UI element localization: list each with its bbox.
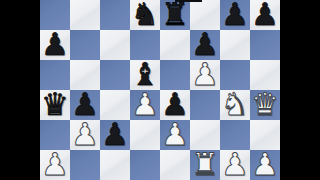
black-pawn-e4[interactable]: ♟ (161, 89, 189, 119)
black-pawn-g7[interactable]: ♟ (221, 0, 249, 29)
square-a4[interactable]: ♛ (40, 90, 70, 120)
square-e2[interactable] (160, 150, 190, 180)
white-pawn-f5[interactable]: ♟ (191, 59, 219, 89)
square-g7[interactable]: ♟ (220, 0, 250, 30)
square-h7[interactable]: ♟ (250, 0, 280, 30)
square-d2[interactable] (130, 150, 160, 180)
square-e6[interactable] (160, 30, 190, 60)
square-f2[interactable]: ♜ (190, 150, 220, 180)
square-h4[interactable]: ♛ (250, 90, 280, 120)
square-c3[interactable]: ♟ (100, 120, 130, 150)
white-pawn-g2[interactable]: ♟ (221, 149, 249, 179)
square-c5[interactable] (100, 60, 130, 90)
black-knight-d7[interactable]: ♞ (131, 0, 159, 29)
square-g6[interactable] (220, 30, 250, 60)
white-knight-g4[interactable]: ♞ (221, 89, 249, 119)
white-pawn-e3[interactable]: ♟ (161, 119, 189, 149)
square-a6[interactable]: ♟ (40, 30, 70, 60)
square-e3[interactable]: ♟ (160, 120, 190, 150)
white-pawn-d4[interactable]: ♟ (131, 89, 159, 119)
white-queen-h4[interactable]: ♛ (251, 89, 279, 119)
square-c2[interactable] (100, 150, 130, 180)
square-a2[interactable]: ♟ (40, 150, 70, 180)
chess-board: ♞♜♟♟♟♟♝♟♛♟♟♟♞♛♟♟♟♟♜♟♟ (40, 0, 280, 180)
white-pawn-a2[interactable]: ♟ (41, 149, 69, 179)
black-pawn-h7[interactable]: ♟ (251, 0, 279, 29)
white-rook-f2[interactable]: ♜ (191, 149, 219, 179)
black-queen-a4[interactable]: ♛ (41, 89, 69, 119)
square-f5[interactable]: ♟ (190, 60, 220, 90)
square-c7[interactable] (100, 0, 130, 30)
black-pawn-a6[interactable]: ♟ (41, 29, 69, 59)
black-pawn-f6[interactable]: ♟ (191, 29, 219, 59)
square-b6[interactable] (70, 30, 100, 60)
black-pawn-c3[interactable]: ♟ (101, 119, 129, 149)
square-h2[interactable]: ♟ (250, 150, 280, 180)
square-e7[interactable]: ♜ (160, 0, 190, 30)
square-b7[interactable] (70, 0, 100, 30)
square-d4[interactable]: ♟ (130, 90, 160, 120)
white-pawn-h2[interactable]: ♟ (251, 149, 279, 179)
black-rook-e7[interactable]: ♜ (161, 0, 189, 29)
chess-video-frame: ♞♜♟♟♟♟♝♟♛♟♟♟♞♛♟♟♟♟♜♟♟ (0, 0, 320, 180)
white-pawn-b3[interactable]: ♟ (71, 119, 99, 149)
square-h6[interactable] (250, 30, 280, 60)
cropped-piece-base-fragment-g8 (175, 0, 202, 2)
square-g4[interactable]: ♞ (220, 90, 250, 120)
square-d3[interactable] (130, 120, 160, 150)
square-g2[interactable]: ♟ (220, 150, 250, 180)
square-c6[interactable] (100, 30, 130, 60)
square-b3[interactable]: ♟ (70, 120, 100, 150)
letterbox-right (280, 0, 320, 180)
square-f4[interactable] (190, 90, 220, 120)
black-bishop-d5[interactable]: ♝ (131, 59, 159, 89)
square-b2[interactable] (70, 150, 100, 180)
black-pawn-b4[interactable]: ♟ (71, 89, 99, 119)
letterbox-left (0, 0, 40, 180)
square-d7[interactable]: ♞ (130, 0, 160, 30)
